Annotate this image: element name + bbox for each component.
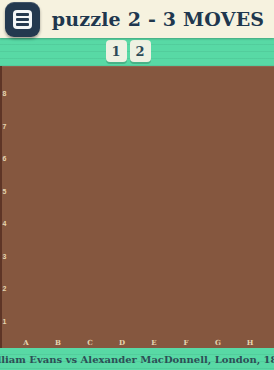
- file-label-e: E: [138, 337, 170, 348]
- file-label-c: C: [74, 337, 106, 348]
- file-label-f: F: [170, 337, 202, 348]
- game-caption: William Evans vs Alexander MacDonnell, L…: [0, 348, 274, 370]
- puzzle-step-tabs: 1 2: [0, 40, 265, 62]
- board-frame: [0, 66, 274, 348]
- menu-button[interactable]: [5, 2, 40, 37]
- file-label-b: B: [42, 337, 74, 348]
- rank-label-5: 5: [3, 176, 11, 209]
- file-labels: ABCDEFGH: [10, 337, 266, 348]
- rank-label-3: 3: [3, 241, 11, 274]
- page-title: puzzle 2 - 3 MOVES: [46, 0, 270, 38]
- tab-strip: 1 2: [0, 38, 274, 66]
- file-label-a: A: [10, 337, 42, 348]
- rank-label-7: 7: [3, 111, 11, 144]
- file-label-h: H: [234, 337, 266, 348]
- file-label-g: G: [202, 337, 234, 348]
- tab-step-2[interactable]: 2: [130, 40, 151, 62]
- rank-label-1: 1: [3, 306, 11, 339]
- tab-step-1[interactable]: 1: [106, 40, 127, 62]
- hamburger-menu-icon: [13, 10, 32, 29]
- rank-label-4: 4: [3, 208, 11, 241]
- rank-label-2: 2: [3, 273, 11, 306]
- rank-label-6: 6: [3, 143, 11, 176]
- rank-label-8: 8: [3, 78, 11, 111]
- file-label-d: D: [106, 337, 138, 348]
- header-bar: puzzle 2 - 3 MOVES: [0, 0, 274, 38]
- rank-labels: 87654321: [0, 78, 10, 338]
